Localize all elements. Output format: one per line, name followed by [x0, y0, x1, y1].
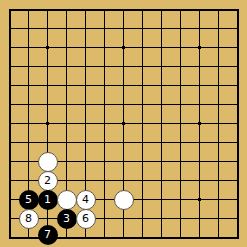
point-D2: 3: [57, 209, 76, 228]
point-N7: [228, 114, 247, 133]
point-N1: [228, 228, 247, 247]
point-G13: [114, 0, 133, 19]
point-N8: [228, 95, 247, 114]
point-C9: [38, 76, 57, 95]
point-B9: [19, 76, 38, 95]
stone-black-move-3: 3: [57, 209, 77, 229]
point-J7: [152, 114, 171, 133]
point-H7: [133, 114, 152, 133]
stone-white-move-2: 2: [38, 171, 58, 191]
point-A4: [0, 171, 19, 190]
point-B5: [19, 152, 38, 171]
point-M7: [209, 114, 228, 133]
point-G8: [114, 95, 133, 114]
point-H4: [133, 171, 152, 190]
point-C6: [38, 133, 57, 152]
point-J4: [152, 171, 171, 190]
point-L3: [190, 190, 209, 209]
point-F11: [95, 38, 114, 57]
point-N12: [228, 19, 247, 38]
point-F7: [95, 114, 114, 133]
point-C7: [38, 114, 57, 133]
stone-black-move-7: 7: [38, 225, 58, 245]
stone-white-g3: [114, 190, 134, 210]
point-F12: [95, 19, 114, 38]
point-E13: [76, 0, 95, 19]
point-E10: [76, 57, 95, 76]
point-L10: [190, 57, 209, 76]
point-D4: [57, 171, 76, 190]
point-A12: [0, 19, 19, 38]
point-G11: [114, 38, 133, 57]
point-L4: [190, 171, 209, 190]
point-D6: [57, 133, 76, 152]
point-H13: [133, 0, 152, 19]
point-N3: [228, 190, 247, 209]
point-B1: [19, 228, 38, 247]
point-E2: 6: [76, 209, 95, 228]
point-F4: [95, 171, 114, 190]
point-J2: [152, 209, 171, 228]
point-F3: [95, 190, 114, 209]
point-H1: [133, 228, 152, 247]
point-G3: [114, 190, 133, 209]
point-H8: [133, 95, 152, 114]
point-J9: [152, 76, 171, 95]
point-B6: [19, 133, 38, 152]
point-F9: [95, 76, 114, 95]
point-D11: [57, 38, 76, 57]
point-A7: [0, 114, 19, 133]
point-A3: [0, 190, 19, 209]
point-G4: [114, 171, 133, 190]
point-C12: [38, 19, 57, 38]
point-M8: [209, 95, 228, 114]
point-L5: [190, 152, 209, 171]
point-L12: [190, 19, 209, 38]
point-E11: [76, 38, 95, 57]
point-C5: [38, 152, 57, 171]
point-M11: [209, 38, 228, 57]
point-E5: [76, 152, 95, 171]
point-A9: [0, 76, 19, 95]
point-E12: [76, 19, 95, 38]
point-G10: [114, 57, 133, 76]
point-M5: [209, 152, 228, 171]
point-H3: [133, 190, 152, 209]
point-K1: [171, 228, 190, 247]
point-B11: [19, 38, 38, 57]
point-A6: [0, 133, 19, 152]
point-L2: [190, 209, 209, 228]
point-F6: [95, 133, 114, 152]
point-M10: [209, 57, 228, 76]
point-J6: [152, 133, 171, 152]
point-M1: [209, 228, 228, 247]
point-L13: [190, 0, 209, 19]
point-K4: [171, 171, 190, 190]
point-L6: [190, 133, 209, 152]
point-N9: [228, 76, 247, 95]
point-G1: [114, 228, 133, 247]
point-M13: [209, 0, 228, 19]
point-N10: [228, 57, 247, 76]
point-N11: [228, 38, 247, 57]
point-K9: [171, 76, 190, 95]
point-M12: [209, 19, 228, 38]
point-H11: [133, 38, 152, 57]
point-M9: [209, 76, 228, 95]
point-D9: [57, 76, 76, 95]
point-G6: [114, 133, 133, 152]
stone-black-move-1: 1: [38, 190, 58, 210]
point-L9: [190, 76, 209, 95]
point-D13: [57, 0, 76, 19]
point-D5: [57, 152, 76, 171]
point-B3: 5: [19, 190, 38, 209]
point-N6: [228, 133, 247, 152]
point-D12: [57, 19, 76, 38]
point-J5: [152, 152, 171, 171]
point-K6: [171, 133, 190, 152]
point-K7: [171, 114, 190, 133]
point-B2: 8: [19, 209, 38, 228]
point-M2: [209, 209, 228, 228]
point-J3: [152, 190, 171, 209]
point-F8: [95, 95, 114, 114]
point-A13: [0, 0, 19, 19]
point-M3: [209, 190, 228, 209]
point-N2: [228, 209, 247, 228]
stone-white-move-6: 6: [76, 209, 96, 229]
point-J10: [152, 57, 171, 76]
point-E4: [76, 171, 95, 190]
board-grid: 25148367: [0, 0, 247, 247]
point-B12: [19, 19, 38, 38]
point-E9: [76, 76, 95, 95]
point-K10: [171, 57, 190, 76]
point-C4: 2: [38, 171, 57, 190]
point-F1: [95, 228, 114, 247]
point-J12: [152, 19, 171, 38]
point-K11: [171, 38, 190, 57]
point-B8: [19, 95, 38, 114]
point-K3: [171, 190, 190, 209]
point-L8: [190, 95, 209, 114]
point-M6: [209, 133, 228, 152]
point-E1: [76, 228, 95, 247]
point-E3: 4: [76, 190, 95, 209]
point-L7: [190, 114, 209, 133]
point-D10: [57, 57, 76, 76]
point-H12: [133, 19, 152, 38]
point-B4: [19, 171, 38, 190]
point-G2: [114, 209, 133, 228]
point-D8: [57, 95, 76, 114]
point-E6: [76, 133, 95, 152]
point-H6: [133, 133, 152, 152]
point-J8: [152, 95, 171, 114]
point-K13: [171, 0, 190, 19]
point-K8: [171, 95, 190, 114]
point-B13: [19, 0, 38, 19]
go-board: 25148367: [0, 0, 247, 247]
point-J11: [152, 38, 171, 57]
point-H10: [133, 57, 152, 76]
point-D3: [57, 190, 76, 209]
point-H9: [133, 76, 152, 95]
point-D7: [57, 114, 76, 133]
point-L1: [190, 228, 209, 247]
point-M4: [209, 171, 228, 190]
point-E7: [76, 114, 95, 133]
point-G7: [114, 114, 133, 133]
point-G5: [114, 152, 133, 171]
point-N5: [228, 152, 247, 171]
point-F13: [95, 0, 114, 19]
point-C13: [38, 0, 57, 19]
point-F5: [95, 152, 114, 171]
point-E8: [76, 95, 95, 114]
point-G9: [114, 76, 133, 95]
point-B10: [19, 57, 38, 76]
point-K2: [171, 209, 190, 228]
point-A5: [0, 152, 19, 171]
point-N4: [228, 171, 247, 190]
point-F2: [95, 209, 114, 228]
point-K12: [171, 19, 190, 38]
point-C1: 7: [38, 228, 57, 247]
point-G12: [114, 19, 133, 38]
point-N13: [228, 0, 247, 19]
point-J1: [152, 228, 171, 247]
point-H2: [133, 209, 152, 228]
point-C8: [38, 95, 57, 114]
stone-white-d3: [57, 190, 77, 210]
point-D1: [57, 228, 76, 247]
point-A8: [0, 95, 19, 114]
stone-white-move-4: 4: [76, 190, 96, 210]
stone-white-c5: [38, 152, 58, 172]
point-C10: [38, 57, 57, 76]
point-A10: [0, 57, 19, 76]
point-A11: [0, 38, 19, 57]
point-H5: [133, 152, 152, 171]
point-J13: [152, 0, 171, 19]
stone-black-move-5: 5: [19, 190, 39, 210]
point-B7: [19, 114, 38, 133]
stone-white-move-8: 8: [19, 209, 39, 229]
point-C3: 1: [38, 190, 57, 209]
point-C11: [38, 38, 57, 57]
point-A1: [0, 228, 19, 247]
point-L11: [190, 38, 209, 57]
point-K5: [171, 152, 190, 171]
point-F10: [95, 57, 114, 76]
point-A2: [0, 209, 19, 228]
